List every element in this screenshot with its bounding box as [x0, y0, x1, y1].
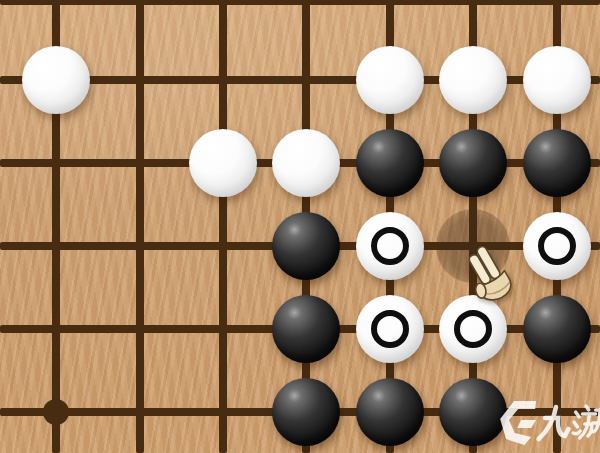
- jiuyou-logo-icon: [489, 392, 600, 453]
- black-stone: [272, 378, 340, 446]
- grid-line-vertical: [219, 0, 227, 453]
- black-stone: [439, 129, 507, 197]
- grid-line-vertical: [136, 0, 144, 453]
- black-stone: [523, 129, 591, 197]
- black-stone: [356, 129, 424, 197]
- circle-marker: [538, 227, 576, 265]
- grid-line-horizontal: [0, 0, 600, 5]
- white-stone: [189, 129, 257, 197]
- black-stone: [356, 378, 424, 446]
- logo-g-bar: [517, 420, 536, 428]
- watermark-glyph-jiu: [539, 407, 570, 439]
- white-stone-marked: [523, 212, 591, 280]
- white-stone: [22, 46, 90, 114]
- circle-marker: [454, 310, 492, 348]
- white-stone: [272, 129, 340, 197]
- hand-tap-cursor: [463, 242, 521, 308]
- black-stone: [272, 295, 340, 363]
- circle-marker: [371, 227, 409, 265]
- white-stone: [439, 46, 507, 114]
- watermark-glyph-you: [573, 406, 600, 438]
- white-stone: [356, 46, 424, 114]
- go-board[interactable]: 九游: [0, 0, 600, 453]
- white-stone: [523, 46, 591, 114]
- black-stone: [272, 212, 340, 280]
- white-stone-marked: [356, 295, 424, 363]
- black-stone: [523, 295, 591, 363]
- grid-line-horizontal: [0, 76, 600, 84]
- white-stone-marked: [356, 212, 424, 280]
- circle-marker: [371, 310, 409, 348]
- star-point: [43, 399, 69, 425]
- watermark-jiuyou: 九游: [489, 392, 600, 453]
